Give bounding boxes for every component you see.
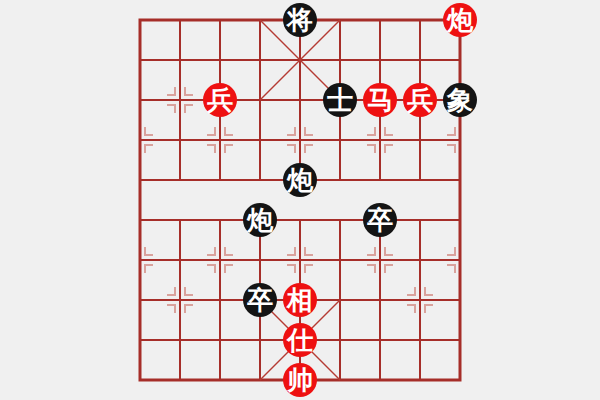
piece-red-horse[interactable]: 马 — [363, 83, 397, 117]
piece-glyph: 炮 — [447, 7, 473, 33]
piece-glyph: 兵 — [207, 87, 233, 113]
piece-glyph: 仕 — [287, 327, 313, 353]
piece-black-cannon-a[interactable]: 炮 — [283, 163, 317, 197]
piece-glyph: 相 — [287, 287, 313, 313]
piece-black-general[interactable]: 将 — [283, 3, 317, 37]
pieces-layer: 将炮兵士马兵象炮炮卒卒相仕帅 — [0, 0, 600, 400]
piece-black-elephant[interactable]: 象 — [443, 83, 477, 117]
xiangqi-board: 将炮兵士马兵象炮炮卒卒相仕帅 — [0, 0, 600, 400]
piece-glyph: 将 — [287, 7, 313, 33]
piece-red-cannon[interactable]: 炮 — [443, 3, 477, 37]
piece-glyph: 帅 — [287, 367, 313, 393]
piece-glyph: 炮 — [287, 167, 313, 193]
piece-glyph: 卒 — [247, 287, 273, 313]
piece-black-cannon-b[interactable]: 炮 — [243, 203, 277, 237]
piece-black-soldier-a[interactable]: 卒 — [363, 203, 397, 237]
piece-glyph: 马 — [367, 87, 393, 113]
piece-glyph: 卒 — [367, 207, 393, 233]
piece-glyph: 士 — [327, 87, 353, 113]
piece-red-elephant[interactable]: 相 — [283, 283, 317, 317]
piece-red-advisor[interactable]: 仕 — [283, 323, 317, 357]
piece-black-soldier-b[interactable]: 卒 — [243, 283, 277, 317]
piece-red-general[interactable]: 帅 — [283, 363, 317, 397]
piece-black-advisor[interactable]: 士 — [323, 83, 357, 117]
piece-glyph: 炮 — [247, 207, 273, 233]
piece-glyph: 兵 — [407, 87, 433, 113]
piece-red-soldier-a[interactable]: 兵 — [203, 83, 237, 117]
piece-red-soldier-b[interactable]: 兵 — [403, 83, 437, 117]
piece-glyph: 象 — [447, 87, 473, 113]
